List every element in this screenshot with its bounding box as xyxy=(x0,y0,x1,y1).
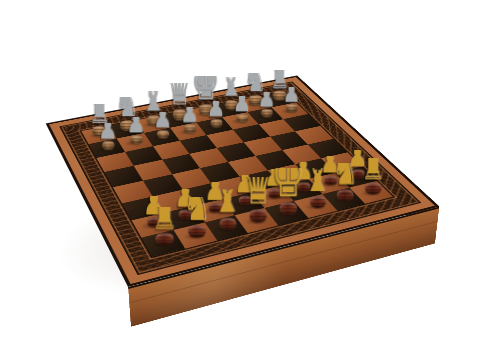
white-queen-glyph: ♛ xyxy=(242,156,274,213)
white-rook-glyph: ♜ xyxy=(151,190,178,236)
square-a1: ♜ xyxy=(142,230,185,257)
scene: ♜♞♝♛♚♝♞♜♟♟♟♟♟♟♟♟♟♟♟♟♟♟♟♟♜♞♝♛♚♝♞♜ xyxy=(0,0,480,360)
white-knight-glyph: ♞ xyxy=(332,146,359,192)
black-pawn-glyph: ♟ xyxy=(153,102,172,133)
white-knight-glyph: ♞ xyxy=(182,180,211,229)
black-pawn-glyph: ♟ xyxy=(98,113,117,144)
photo-stage: ♜♞♝♛♚♝♞♜♟♟♟♟♟♟♟♟♟♟♟♟♟♟♟♟♜♞♝♛♚♝♞♜ xyxy=(0,0,480,360)
black-pawn-glyph: ♟ xyxy=(282,78,300,107)
chess-box-board: ♜♞♝♛♚♝♞♜♟♟♟♟♟♟♟♟♟♟♟♟♟♟♟♟♜♞♝♛♚♝♞♜ xyxy=(46,76,440,287)
black-pawn-glyph: ♟ xyxy=(232,87,250,117)
white-rook-glyph: ♜ xyxy=(361,143,386,186)
black-pawn-glyph: ♟ xyxy=(126,107,145,138)
black-pawn-glyph: ♟ xyxy=(207,92,226,122)
black-pawn-glyph: ♟ xyxy=(180,97,199,127)
white-bishop-glyph: ♝ xyxy=(213,169,242,221)
black-pawn-glyph: ♟ xyxy=(258,82,276,111)
white-king-glyph: ♚ xyxy=(271,143,304,206)
white-bishop-glyph: ♝ xyxy=(303,149,331,199)
